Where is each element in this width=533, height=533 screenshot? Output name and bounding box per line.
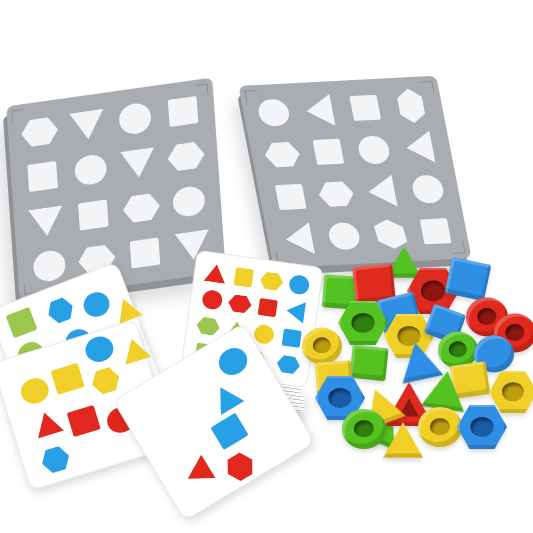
card-shape-yellow-circle-icon — [18, 375, 52, 407]
block-body — [457, 404, 507, 450]
card-shape-red-triangle-icon — [179, 454, 216, 492]
card-shape-yellow-hexagon-icon — [89, 365, 123, 397]
board-cell — [407, 173, 448, 206]
board-cell — [415, 215, 456, 248]
cutout-circle-icon — [118, 101, 152, 135]
cutout-hexagon-icon — [20, 116, 59, 149]
deck-card-cell — [259, 269, 285, 294]
block-hole — [471, 416, 494, 436]
card-shape-red-triangle-icon — [203, 262, 228, 284]
card-shape-yellow-hexagon-icon — [259, 271, 285, 292]
cutout-circle-icon — [257, 98, 292, 127]
card-shape-blue-square-icon — [282, 328, 302, 348]
block-body — [342, 409, 386, 449]
board-cell — [300, 94, 341, 127]
board-cell — [116, 99, 155, 138]
deck-card-cell — [275, 352, 301, 377]
block-body — [418, 407, 462, 447]
card-shape-yellow-triangle-icon — [111, 293, 144, 325]
board-corner-mark — [451, 241, 465, 254]
board-corner-mark — [196, 83, 209, 97]
board-cell — [74, 195, 113, 234]
card-shape-blue-triangle-icon — [207, 379, 245, 416]
block-hole — [329, 387, 352, 407]
card-shape-red-triangle-icon — [31, 407, 65, 439]
cutout-triangle-icon — [365, 174, 399, 209]
deck-card-cell — [231, 265, 257, 290]
board-cell — [122, 189, 161, 228]
block-body — [302, 328, 342, 365]
board-cell — [308, 136, 349, 169]
cutout-hexagon-icon — [316, 181, 356, 208]
deck-card-cell — [199, 287, 225, 312]
cutout-triangle-icon — [120, 146, 157, 181]
board-cell — [345, 92, 386, 125]
board-cell — [68, 106, 107, 145]
card-shape-red-hexagon-icon — [221, 448, 259, 485]
board-cell — [29, 247, 68, 286]
block-body — [383, 422, 423, 459]
block-hole — [421, 280, 445, 301]
block-hole — [449, 341, 467, 357]
deck-card-cell — [195, 314, 221, 339]
block-piece-green-hexagon — [338, 300, 388, 346]
block-piece-green-circle — [342, 409, 386, 449]
card-shape-blue-triangle-icon — [285, 299, 307, 324]
cutout-triangle-icon — [69, 108, 106, 143]
block-piece-yellow-circle — [418, 407, 462, 447]
board-cell — [270, 180, 311, 213]
card-shape-yellow-square-icon — [233, 267, 253, 287]
board-cell — [399, 131, 440, 164]
cutout-circle-icon — [172, 184, 206, 218]
board-cell — [166, 137, 205, 176]
cutout-square-icon — [129, 237, 160, 268]
board-cell — [163, 92, 202, 131]
card-shape-blue-circle-icon — [214, 343, 252, 380]
cutout-circle-icon — [32, 249, 66, 283]
cutout-square-icon — [350, 95, 382, 121]
card-shape-green-hexagon-icon — [195, 316, 221, 337]
board-cell — [170, 182, 209, 221]
block-piece-blue-square — [445, 257, 492, 302]
card-shape-red-square-icon — [258, 298, 278, 318]
cutout-hexagon-icon — [263, 141, 303, 168]
deck-card-cell — [283, 299, 309, 324]
block-hole — [352, 312, 375, 332]
cutout-triangle-icon — [403, 130, 437, 165]
board-corner-mark — [420, 81, 434, 94]
board-cell — [26, 202, 65, 241]
cutout-triangle-icon — [303, 93, 337, 128]
card-shape-green-square-icon — [5, 307, 38, 339]
card-shape-blue-circle-icon — [80, 289, 113, 321]
card-shape-red-hexagon-icon — [227, 293, 253, 314]
block-hole — [354, 420, 374, 438]
card-shape-blue-circle-icon — [82, 334, 116, 366]
board-cell — [125, 233, 164, 272]
board-cell — [119, 144, 158, 183]
deck-card-cell — [255, 295, 281, 320]
cutout-hexagon-icon — [167, 140, 206, 173]
block-piece-blue-hexagon — [457, 404, 507, 450]
board-corner-mark — [244, 90, 258, 103]
board-corner-mark — [12, 109, 25, 123]
cutout-square-icon — [78, 199, 109, 230]
board-cell — [353, 133, 394, 166]
deck-card-cell — [227, 291, 253, 316]
product-photo-scene — [0, 0, 533, 533]
cutout-square-icon — [27, 161, 58, 192]
board-cell — [391, 89, 432, 122]
cutout-square-icon — [275, 183, 307, 209]
cutout-circle-icon — [327, 222, 362, 251]
card-shape-blue-circle-icon — [288, 274, 310, 296]
card-shape-yellow-square-icon — [51, 362, 85, 394]
board-cell — [23, 157, 62, 196]
card-shape-blue-hexagon-icon — [276, 354, 302, 375]
card-shape-red-circle-icon — [201, 289, 223, 311]
card-shape-blue-hexagon-icon — [44, 295, 77, 327]
board-cell — [324, 220, 365, 253]
block-piece-yellow-triangle — [383, 422, 423, 459]
block-body — [445, 257, 492, 302]
board-cell — [71, 151, 110, 190]
deck-card-cell — [287, 273, 313, 298]
board-cell — [254, 96, 295, 129]
cutout-triangle-icon — [27, 204, 64, 239]
shape-board-right — [238, 76, 471, 269]
card-shape-blue-square-icon — [210, 413, 248, 450]
deck-card-cell — [203, 261, 229, 286]
block-body — [338, 300, 388, 346]
board-cell — [362, 175, 403, 208]
cutout-square-icon — [168, 96, 199, 127]
card-shape-yellow-circle-icon — [253, 323, 275, 345]
block-hole — [430, 418, 450, 436]
card-shape-blue-hexagon-icon — [38, 444, 72, 476]
board-cell — [316, 178, 357, 211]
cutout-square-icon — [312, 139, 344, 165]
block-hole — [313, 337, 331, 353]
cutout-square-icon — [420, 218, 452, 244]
block-hole — [502, 382, 524, 401]
block-piece-yellow-circle — [302, 328, 342, 365]
cutout-circle-icon — [410, 175, 445, 204]
cutout-hexagon-icon — [122, 192, 161, 225]
cutout-circle-icon — [356, 135, 391, 164]
board-cell — [262, 138, 303, 171]
cutout-circle-icon — [74, 153, 108, 187]
board-cell — [20, 112, 59, 151]
card-shape-red-square-icon — [67, 404, 101, 436]
